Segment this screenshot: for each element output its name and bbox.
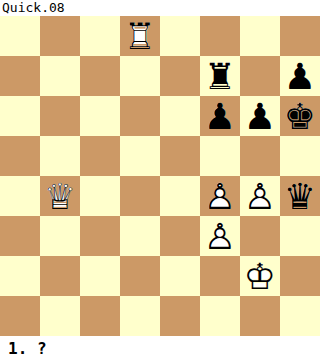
piece-white-pawn: ♟♙: [200, 216, 240, 256]
square-e4[interactable]: [160, 176, 200, 216]
square-a4[interactable]: [0, 176, 40, 216]
square-f4[interactable]: ♟♙: [200, 176, 240, 216]
square-b5[interactable]: [40, 136, 80, 176]
square-b7[interactable]: [40, 56, 80, 96]
square-a3[interactable]: [0, 216, 40, 256]
square-d1[interactable]: [120, 296, 160, 336]
square-c1[interactable]: [80, 296, 120, 336]
square-f7[interactable]: ♖♜: [200, 56, 240, 96]
square-f2[interactable]: [200, 256, 240, 296]
piece-outline-layer: ♚: [280, 96, 320, 136]
piece-white-pawn: ♟♙: [200, 176, 240, 216]
square-h5[interactable]: [280, 136, 320, 176]
square-d3[interactable]: [120, 216, 160, 256]
square-e1[interactable]: [160, 296, 200, 336]
square-b3[interactable]: [40, 216, 80, 256]
piece-outline-layer: ♙: [240, 176, 280, 216]
square-f1[interactable]: [200, 296, 240, 336]
piece-white-king: ♚♔: [240, 256, 280, 296]
square-f8[interactable]: [200, 16, 240, 56]
square-h2[interactable]: [280, 256, 320, 296]
move-prompt: 1. ?: [8, 338, 47, 360]
square-d8[interactable]: ♜♖: [120, 16, 160, 56]
square-e3[interactable]: [160, 216, 200, 256]
chess-puzzle-page: Quick.08 ♜♖♖♜♙♟♙♟♙♟♔♚♛♕♟♙♟♙♕♛♟♙♚♔ 1. ?: [0, 0, 320, 360]
piece-outline-layer: ♟: [280, 56, 320, 96]
piece-outline-layer: ♟: [240, 96, 280, 136]
square-c5[interactable]: [80, 136, 120, 176]
piece-outline-layer: ♖: [120, 16, 160, 56]
square-f6[interactable]: ♙♟: [200, 96, 240, 136]
square-e7[interactable]: [160, 56, 200, 96]
square-b1[interactable]: [40, 296, 80, 336]
square-g5[interactable]: [240, 136, 280, 176]
square-a7[interactable]: [0, 56, 40, 96]
piece-white-rook: ♜♖: [120, 16, 160, 56]
piece-outline-layer: ♟: [200, 96, 240, 136]
square-a8[interactable]: [0, 16, 40, 56]
piece-white-queen: ♛♕: [40, 176, 80, 216]
piece-white-pawn: ♟♙: [240, 176, 280, 216]
square-d7[interactable]: [120, 56, 160, 96]
square-b6[interactable]: [40, 96, 80, 136]
square-f3[interactable]: ♟♙: [200, 216, 240, 256]
square-g7[interactable]: [240, 56, 280, 96]
piece-outline-layer: ♙: [200, 176, 240, 216]
square-g1[interactable]: [240, 296, 280, 336]
piece-outline-layer: ♕: [40, 176, 80, 216]
piece-black-queen: ♕♛: [280, 176, 320, 216]
square-c4[interactable]: [80, 176, 120, 216]
square-a2[interactable]: [0, 256, 40, 296]
title-bar: Quick.08: [0, 0, 320, 16]
square-c7[interactable]: [80, 56, 120, 96]
square-g6[interactable]: ♙♟: [240, 96, 280, 136]
puzzle-title: Quick.08: [2, 0, 65, 16]
square-d5[interactable]: [120, 136, 160, 176]
chess-board: ♜♖♖♜♙♟♙♟♙♟♔♚♛♕♟♙♟♙♕♛♟♙♚♔: [0, 16, 320, 336]
square-b2[interactable]: [40, 256, 80, 296]
square-h8[interactable]: [280, 16, 320, 56]
square-b4[interactable]: ♛♕: [40, 176, 80, 216]
square-a6[interactable]: [0, 96, 40, 136]
square-e8[interactable]: [160, 16, 200, 56]
square-e5[interactable]: [160, 136, 200, 176]
piece-black-pawn: ♙♟: [280, 56, 320, 96]
square-h6[interactable]: ♔♚: [280, 96, 320, 136]
square-a1[interactable]: [0, 296, 40, 336]
square-c3[interactable]: [80, 216, 120, 256]
square-a5[interactable]: [0, 136, 40, 176]
piece-outline-layer: ♙: [200, 216, 240, 256]
square-e6[interactable]: [160, 96, 200, 136]
square-g8[interactable]: [240, 16, 280, 56]
square-c8[interactable]: [80, 16, 120, 56]
piece-black-pawn: ♙♟: [200, 96, 240, 136]
square-b8[interactable]: [40, 16, 80, 56]
piece-black-king: ♔♚: [280, 96, 320, 136]
square-c6[interactable]: [80, 96, 120, 136]
piece-outline-layer: ♔: [240, 256, 280, 296]
square-f5[interactable]: [200, 136, 240, 176]
square-d6[interactable]: [120, 96, 160, 136]
square-d2[interactable]: [120, 256, 160, 296]
piece-outline-layer: ♛: [280, 176, 320, 216]
square-d4[interactable]: [120, 176, 160, 216]
piece-outline-layer: ♜: [200, 56, 240, 96]
square-c2[interactable]: [80, 256, 120, 296]
square-h7[interactable]: ♙♟: [280, 56, 320, 96]
piece-black-rook: ♖♜: [200, 56, 240, 96]
square-e2[interactable]: [160, 256, 200, 296]
square-h1[interactable]: [280, 296, 320, 336]
square-g3[interactable]: [240, 216, 280, 256]
square-h3[interactable]: [280, 216, 320, 256]
piece-black-pawn: ♙♟: [240, 96, 280, 136]
square-g2[interactable]: ♚♔: [240, 256, 280, 296]
prompt-bar: 1. ?: [0, 336, 320, 360]
square-h4[interactable]: ♕♛: [280, 176, 320, 216]
square-g4[interactable]: ♟♙: [240, 176, 280, 216]
